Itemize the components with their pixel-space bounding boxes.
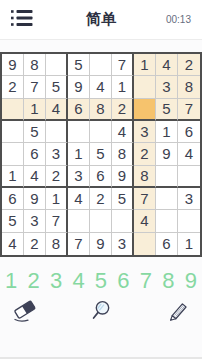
cell-r4c6[interactable]: 4 <box>112 121 134 143</box>
menu-button[interactable] <box>11 9 33 31</box>
cell-r7c1[interactable]: 6 <box>2 188 24 210</box>
cell-r1c1[interactable]: 9 <box>2 54 24 76</box>
cell-r6c6[interactable]: 9 <box>112 166 134 188</box>
cell-r5c9[interactable]: 4 <box>178 143 200 165</box>
cell-r5c3[interactable]: 3 <box>46 143 68 165</box>
numpad-key-5[interactable]: 5 <box>90 267 112 295</box>
erase-button[interactable] <box>12 301 38 325</box>
cell-r1c9[interactable]: 2 <box>178 54 200 76</box>
cell-r9c3[interactable]: 8 <box>46 233 68 255</box>
numpad-key-3[interactable]: 3 <box>45 267 67 295</box>
cell-r2c4[interactable]: 9 <box>68 76 90 98</box>
toolbar <box>0 299 202 327</box>
cell-r8c6[interactable] <box>112 210 134 232</box>
cell-r3c5[interactable]: 8 <box>90 99 112 121</box>
cell-r1c4[interactable]: 5 <box>68 54 90 76</box>
numpad-key-1[interactable]: 1 <box>0 267 22 295</box>
numpad-key-9[interactable]: 9 <box>180 267 202 295</box>
cell-r6c3[interactable]: 2 <box>46 166 68 188</box>
numpad-key-8[interactable]: 8 <box>157 267 179 295</box>
cell-r7c3[interactable]: 1 <box>46 188 68 210</box>
cell-r2c6[interactable]: 1 <box>112 76 134 98</box>
cell-r9c1[interactable]: 4 <box>2 233 24 255</box>
list-menu-icon <box>11 9 33 31</box>
cell-r3c6[interactable]: 2 <box>112 99 134 121</box>
cell-r4c8[interactable]: 1 <box>156 121 178 143</box>
cell-r2c9[interactable]: 8 <box>178 76 200 98</box>
cell-r4c4[interactable] <box>68 121 90 143</box>
cell-r2c7[interactable] <box>134 76 156 98</box>
cell-r6c1[interactable]: 1 <box>2 166 24 188</box>
cell-r9c4[interactable]: 7 <box>68 233 90 255</box>
cell-r2c3[interactable]: 5 <box>46 76 68 98</box>
cell-r3c9[interactable]: 7 <box>178 99 200 121</box>
timer: 00:13 <box>166 14 191 25</box>
cell-r8c5[interactable] <box>90 210 112 232</box>
cell-r3c3[interactable]: 4 <box>46 99 68 121</box>
number-pad: 123456789 <box>0 267 202 295</box>
cell-r5c8[interactable]: 9 <box>156 143 178 165</box>
cell-r6c4[interactable]: 3 <box>68 166 90 188</box>
cell-r5c2[interactable]: 6 <box>24 143 46 165</box>
cell-r1c7[interactable]: 1 <box>134 54 156 76</box>
cell-r8c2[interactable]: 3 <box>24 210 46 232</box>
hint-button[interactable] <box>88 301 114 325</box>
magnifier-icon <box>89 299 113 327</box>
cell-r4c9[interactable]: 6 <box>178 121 200 143</box>
cell-r4c7[interactable]: 3 <box>134 121 156 143</box>
cell-r6c5[interactable]: 6 <box>90 166 112 188</box>
cell-r7c7[interactable]: 7 <box>134 188 156 210</box>
cell-r8c8[interactable] <box>156 210 178 232</box>
cell-r6c7[interactable]: 8 <box>134 166 156 188</box>
cell-r8c3[interactable]: 7 <box>46 210 68 232</box>
numpad-key-2[interactable]: 2 <box>22 267 44 295</box>
sudoku-grid: 9857142275941381468257543166315829414236… <box>0 52 202 257</box>
cell-r1c2[interactable]: 8 <box>24 54 46 76</box>
numpad-key-7[interactable]: 7 <box>135 267 157 295</box>
numpad-key-4[interactable]: 4 <box>67 267 89 295</box>
cell-r7c8[interactable] <box>156 188 178 210</box>
cell-r1c5[interactable] <box>90 54 112 76</box>
cell-r9c5[interactable]: 9 <box>90 233 112 255</box>
pencil-icon <box>165 299 189 327</box>
header: 简单 00:13 <box>0 0 202 40</box>
notes-button[interactable] <box>164 301 190 325</box>
cell-r4c5[interactable] <box>90 121 112 143</box>
cell-r2c2[interactable]: 7 <box>24 76 46 98</box>
cell-r1c6[interactable]: 7 <box>112 54 134 76</box>
cell-r6c8[interactable] <box>156 166 178 188</box>
cell-r5c4[interactable]: 1 <box>68 143 90 165</box>
cell-r6c9[interactable] <box>178 166 200 188</box>
cell-r8c7[interactable]: 4 <box>134 210 156 232</box>
numpad-key-6[interactable]: 6 <box>112 267 134 295</box>
cell-r1c8[interactable]: 4 <box>156 54 178 76</box>
cell-r3c7[interactable] <box>134 99 156 121</box>
cell-r2c1[interactable]: 2 <box>2 76 24 98</box>
cell-r7c9[interactable]: 3 <box>178 188 200 210</box>
cell-r4c3[interactable] <box>46 121 68 143</box>
sudoku-app: 简单 00:13 9857142275941381468257543166315… <box>0 0 202 359</box>
cell-r7c5[interactable]: 2 <box>90 188 112 210</box>
cell-r7c4[interactable]: 4 <box>68 188 90 210</box>
cell-r5c6[interactable]: 8 <box>112 143 134 165</box>
cell-r9c6[interactable]: 3 <box>112 233 134 255</box>
cell-r9c9[interactable]: 1 <box>178 233 200 255</box>
cell-r2c8[interactable]: 3 <box>156 76 178 98</box>
cell-r3c1[interactable] <box>2 99 24 121</box>
cell-r3c2[interactable]: 1 <box>24 99 46 121</box>
cell-r3c8[interactable]: 5 <box>156 99 178 121</box>
cell-r8c1[interactable]: 5 <box>2 210 24 232</box>
cell-r4c1[interactable] <box>2 121 24 143</box>
cell-r9c2[interactable]: 2 <box>24 233 46 255</box>
cell-r6c2[interactable]: 4 <box>24 166 46 188</box>
cell-r8c9[interactable] <box>178 210 200 232</box>
cell-r4c2[interactable]: 5 <box>24 121 46 143</box>
cell-r1c3[interactable] <box>46 54 68 76</box>
cell-r9c8[interactable]: 6 <box>156 233 178 255</box>
cell-r5c5[interactable]: 5 <box>90 143 112 165</box>
cell-r9c7[interactable] <box>134 233 156 255</box>
cell-r3c4[interactable]: 6 <box>68 99 90 121</box>
cell-r2c5[interactable]: 4 <box>90 76 112 98</box>
cell-r7c2[interactable]: 9 <box>24 188 46 210</box>
cell-r8c4[interactable] <box>68 210 90 232</box>
cell-r5c1[interactable] <box>2 143 24 165</box>
cell-r5c7[interactable]: 2 <box>134 143 156 165</box>
cell-r7c6[interactable]: 5 <box>112 188 134 210</box>
eraser-icon <box>12 299 38 327</box>
